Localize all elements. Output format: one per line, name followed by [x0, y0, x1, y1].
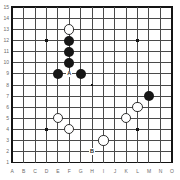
intersection-F2[interactable] [64, 146, 75, 157]
intersection-F7[interactable] [64, 91, 75, 102]
intersection-K14[interactable] [121, 13, 132, 24]
intersection-G12[interactable] [75, 35, 86, 46]
white-stone-L6: ○ [132, 102, 142, 112]
intersection-H12[interactable] [86, 35, 97, 46]
row-label-4: 4 [0, 127, 9, 132]
intersection-G1[interactable] [75, 157, 86, 168]
intersection-J15[interactable] [109, 2, 120, 13]
col-label-H: H [86, 169, 97, 174]
intersection-D6[interactable] [41, 102, 52, 113]
intersection-E9[interactable]: ● [52, 68, 63, 79]
intersection-O9[interactable] [166, 68, 177, 79]
row-label-12: 12 [0, 38, 9, 43]
intersection-L1[interactable] [132, 157, 143, 168]
intersection-O1[interactable] [166, 157, 177, 168]
intersection-J2[interactable] [109, 146, 120, 157]
intersection-C15[interactable] [29, 2, 40, 13]
intersection-B6[interactable] [18, 102, 29, 113]
intersection-O7[interactable] [166, 91, 177, 102]
intersection-O5[interactable] [166, 113, 177, 124]
black-stone-G9: ● [76, 69, 86, 79]
intersection-I3[interactable]: ○ [98, 135, 109, 146]
intersection-K5[interactable]: ○ [121, 113, 132, 124]
col-label-F: F [64, 169, 75, 174]
col-label-C: C [29, 169, 40, 174]
intersection-H7[interactable] [86, 91, 97, 102]
row-label-5: 5 [0, 116, 9, 121]
intersection-B10[interactable] [18, 57, 29, 68]
col-label-J: J [109, 169, 120, 174]
intersection-K13[interactable] [121, 24, 132, 35]
intersection-D13[interactable] [41, 24, 52, 35]
intersection-K2[interactable] [121, 146, 132, 157]
intersection-C6[interactable] [29, 102, 40, 113]
intersection-M15[interactable] [143, 2, 154, 13]
intersection-N10[interactable] [155, 57, 166, 68]
intersection-L13[interactable] [132, 24, 143, 35]
intersection-J13[interactable] [109, 24, 120, 35]
intersection-C8[interactable] [29, 79, 40, 90]
intersection-H6[interactable] [86, 102, 97, 113]
intersection-F9[interactable]: A [64, 68, 75, 79]
intersection-H1[interactable] [86, 157, 97, 168]
intersection-I7[interactable] [98, 91, 109, 102]
intersection-M12[interactable] [143, 35, 154, 46]
intersection-D14[interactable] [41, 13, 52, 24]
intersection-C7[interactable] [29, 91, 40, 102]
intersection-K4[interactable] [121, 124, 132, 135]
intersection-M4[interactable] [143, 124, 154, 135]
intersection-N2[interactable] [155, 146, 166, 157]
intersection-N14[interactable] [155, 13, 166, 24]
intersection-I6[interactable] [98, 102, 109, 113]
intersection-K15[interactable] [121, 2, 132, 13]
intersection-G11[interactable] [75, 46, 86, 57]
intersection-L5[interactable] [132, 113, 143, 124]
row-label-6: 6 [0, 105, 9, 110]
intersection-E12[interactable] [52, 35, 63, 46]
intersection-H11[interactable] [86, 46, 97, 57]
intersection-E7[interactable] [52, 91, 63, 102]
intersection-M7[interactable]: ● [143, 91, 154, 102]
intersection-E2[interactable] [52, 146, 63, 157]
white-stone-I3: ○ [98, 135, 108, 145]
intersection-J7[interactable] [109, 91, 120, 102]
intersection-G4[interactable] [75, 124, 86, 135]
intersection-F6[interactable] [64, 102, 75, 113]
intersection-E3[interactable] [52, 135, 63, 146]
intersection-F8[interactable] [64, 79, 75, 90]
intersection-K7[interactable] [121, 91, 132, 102]
intersection-N13[interactable] [155, 24, 166, 35]
intersection-F1[interactable] [64, 157, 75, 168]
intersection-J14[interactable] [109, 13, 120, 24]
intersection-K8[interactable] [121, 79, 132, 90]
intersection-N12[interactable] [155, 35, 166, 46]
intersection-D9[interactable] [41, 68, 52, 79]
intersection-O4[interactable] [166, 124, 177, 135]
intersection-I13[interactable] [98, 24, 109, 35]
point-label-A: A [66, 71, 72, 77]
intersection-M5[interactable] [143, 113, 154, 124]
intersection-L15[interactable] [132, 2, 143, 13]
intersection-G9[interactable]: ● [75, 68, 86, 79]
intersection-F4[interactable]: ○ [64, 124, 75, 135]
intersection-B1[interactable] [18, 157, 29, 168]
intersection-F15[interactable] [64, 2, 75, 13]
intersection-O12[interactable] [166, 35, 177, 46]
intersection-E8[interactable] [52, 79, 63, 90]
row-label-15: 15 [0, 5, 9, 10]
intersection-L14[interactable] [132, 13, 143, 24]
row-label-10: 10 [0, 60, 9, 65]
intersection-M10[interactable] [143, 57, 154, 68]
intersection-H13[interactable] [86, 24, 97, 35]
col-label-B: B [18, 169, 29, 174]
intersection-C1[interactable] [29, 157, 40, 168]
white-stone-F4: ○ [64, 124, 74, 134]
intersection-G15[interactable] [75, 2, 86, 13]
intersection-I10[interactable] [98, 57, 109, 68]
col-label-L: L [132, 169, 143, 174]
intersection-E14[interactable] [52, 13, 63, 24]
go-board: ○●●●●A●●○○○○○B [7, 2, 178, 168]
intersection-J10[interactable] [109, 57, 120, 68]
intersection-J8[interactable] [109, 79, 120, 90]
point-label-B: B [89, 148, 95, 154]
intersection-O3[interactable] [166, 135, 177, 146]
intersection-C14[interactable] [29, 13, 40, 24]
intersection-H10[interactable] [86, 57, 97, 68]
intersection-G3[interactable] [75, 135, 86, 146]
col-label-I: I [98, 169, 109, 174]
intersection-C5[interactable] [29, 113, 40, 124]
star-point-D4 [45, 128, 48, 131]
intersection-M9[interactable] [143, 68, 154, 79]
col-label-K: K [121, 169, 132, 174]
intersection-I12[interactable] [98, 35, 109, 46]
black-stone-M7: ● [144, 91, 154, 101]
intersection-K9[interactable] [121, 68, 132, 79]
intersection-L12[interactable] [132, 35, 143, 46]
intersection-C2[interactable] [29, 146, 40, 157]
intersection-L3[interactable] [132, 135, 143, 146]
intersection-K3[interactable] [121, 135, 132, 146]
intersection-H4[interactable] [86, 124, 97, 135]
intersection-K11[interactable] [121, 46, 132, 57]
intersection-H15[interactable] [86, 2, 97, 13]
intersection-L6[interactable]: ○ [132, 102, 143, 113]
intersection-B15[interactable] [18, 2, 29, 13]
intersection-G8[interactable] [75, 79, 86, 90]
intersection-B13[interactable] [18, 24, 29, 35]
intersection-B7[interactable] [18, 91, 29, 102]
intersection-H3[interactable] [86, 135, 97, 146]
white-stone-E5: ○ [53, 113, 63, 123]
intersection-G7[interactable] [75, 91, 86, 102]
intersection-M13[interactable] [143, 24, 154, 35]
col-label-N: N [155, 169, 166, 174]
intersection-D15[interactable] [41, 2, 52, 13]
intersection-H14[interactable] [86, 13, 97, 24]
intersection-N11[interactable] [155, 46, 166, 57]
intersection-G13[interactable] [75, 24, 86, 35]
col-label-O: O [166, 169, 177, 174]
intersection-B5[interactable] [18, 113, 29, 124]
intersection-N5[interactable] [155, 113, 166, 124]
intersection-M2[interactable] [143, 146, 154, 157]
star-point-H8 [91, 84, 94, 87]
intersection-D10[interactable] [41, 57, 52, 68]
intersection-H9[interactable] [86, 68, 97, 79]
intersection-G14[interactable] [75, 13, 86, 24]
intersection-I14[interactable] [98, 13, 109, 24]
intersection-L4[interactable] [132, 124, 143, 135]
intersection-H8[interactable] [86, 79, 97, 90]
intersection-M11[interactable] [143, 46, 154, 57]
intersection-B9[interactable] [18, 68, 29, 79]
intersection-I8[interactable] [98, 79, 109, 90]
intersection-L8[interactable] [132, 79, 143, 90]
intersection-I15[interactable] [98, 2, 109, 13]
row-label-2: 2 [0, 149, 9, 154]
col-label-M: M [143, 169, 154, 174]
intersection-C10[interactable] [29, 57, 40, 68]
intersection-M3[interactable] [143, 135, 154, 146]
intersection-I5[interactable] [98, 113, 109, 124]
col-label-E: E [52, 169, 63, 174]
intersection-D7[interactable] [41, 91, 52, 102]
intersection-D1[interactable] [41, 157, 52, 168]
intersection-I1[interactable] [98, 157, 109, 168]
intersection-B2[interactable] [18, 146, 29, 157]
intersection-H5[interactable] [86, 113, 97, 124]
intersection-H2[interactable]: B [86, 146, 97, 157]
intersection-I11[interactable] [98, 46, 109, 57]
col-label-A: A [7, 169, 18, 174]
star-point-L12 [136, 39, 139, 42]
intersection-B8[interactable] [18, 79, 29, 90]
intersection-E4[interactable] [52, 124, 63, 135]
intersection-E5[interactable]: ○ [52, 113, 63, 124]
intersection-B4[interactable] [18, 124, 29, 135]
intersection-B14[interactable] [18, 13, 29, 24]
intersection-N1[interactable] [155, 157, 166, 168]
row-label-8: 8 [0, 83, 9, 88]
intersection-O8[interactable] [166, 79, 177, 90]
intersection-C12[interactable] [29, 35, 40, 46]
intersection-N7[interactable] [155, 91, 166, 102]
intersection-B3[interactable] [18, 135, 29, 146]
black-stone-E9: ● [53, 69, 63, 79]
intersection-J6[interactable] [109, 102, 120, 113]
intersection-K12[interactable] [121, 35, 132, 46]
intersection-N3[interactable] [155, 135, 166, 146]
row-label-13: 13 [0, 27, 9, 32]
intersection-M14[interactable] [143, 13, 154, 24]
intersection-E1[interactable] [52, 157, 63, 168]
intersection-G2[interactable] [75, 146, 86, 157]
intersection-E11[interactable] [52, 46, 63, 57]
row-label-7: 7 [0, 94, 9, 99]
black-stone-F10: ● [64, 58, 74, 68]
col-label-G: G [75, 169, 86, 174]
row-label-11: 11 [0, 49, 9, 54]
intersection-C4[interactable] [29, 124, 40, 135]
intersection-L10[interactable] [132, 57, 143, 68]
intersection-C11[interactable] [29, 46, 40, 57]
intersection-O14[interactable] [166, 13, 177, 24]
intersection-E13[interactable] [52, 24, 63, 35]
intersection-O6[interactable] [166, 102, 177, 113]
intersection-D12[interactable] [41, 35, 52, 46]
intersection-J5[interactable] [109, 113, 120, 124]
intersection-L11[interactable] [132, 46, 143, 57]
intersection-C9[interactable] [29, 68, 40, 79]
intersection-K1[interactable] [121, 157, 132, 168]
intersection-D2[interactable] [41, 146, 52, 157]
intersection-K10[interactable] [121, 57, 132, 68]
white-stone-K5: ○ [121, 113, 131, 123]
intersection-D3[interactable] [41, 135, 52, 146]
intersection-B12[interactable] [18, 35, 29, 46]
intersection-B11[interactable] [18, 46, 29, 57]
intersection-L9[interactable] [132, 68, 143, 79]
intersection-I2[interactable] [98, 146, 109, 157]
intersection-O2[interactable] [166, 146, 177, 157]
intersection-J12[interactable] [109, 35, 120, 46]
intersection-M1[interactable] [143, 157, 154, 168]
intersection-O15[interactable] [166, 2, 177, 13]
intersection-N8[interactable] [155, 79, 166, 90]
star-point-D12 [45, 39, 48, 42]
intersection-N15[interactable] [155, 2, 166, 13]
intersection-G5[interactable] [75, 113, 86, 124]
intersection-J1[interactable] [109, 157, 120, 168]
intersection-J9[interactable] [109, 68, 120, 79]
row-label-9: 9 [0, 71, 9, 76]
intersection-M6[interactable] [143, 102, 154, 113]
star-point-L4 [136, 128, 139, 131]
intersection-D11[interactable] [41, 46, 52, 57]
go-diagram: ○●●●●A●●○○○○○B 151413121110987654321ABCD… [0, 0, 180, 180]
intersection-N4[interactable] [155, 124, 166, 135]
col-label-D: D [41, 169, 52, 174]
intersection-G6[interactable] [75, 102, 86, 113]
row-label-14: 14 [0, 16, 9, 21]
intersection-C3[interactable] [29, 135, 40, 146]
intersection-O13[interactable] [166, 24, 177, 35]
intersection-N9[interactable] [155, 68, 166, 79]
intersection-L2[interactable] [132, 146, 143, 157]
row-label-1: 1 [0, 160, 9, 165]
intersection-F3[interactable] [64, 135, 75, 146]
intersection-C13[interactable] [29, 24, 40, 35]
intersection-I9[interactable] [98, 68, 109, 79]
intersection-D4[interactable] [41, 124, 52, 135]
intersection-F10[interactable]: ● [64, 57, 75, 68]
intersection-J11[interactable] [109, 46, 120, 57]
intersection-D8[interactable] [41, 79, 52, 90]
intersection-O11[interactable] [166, 46, 177, 57]
intersection-E15[interactable] [52, 2, 63, 13]
intersection-O10[interactable] [166, 57, 177, 68]
intersection-N6[interactable] [155, 102, 166, 113]
intersection-J3[interactable] [109, 135, 120, 146]
intersection-D5[interactable] [41, 113, 52, 124]
intersection-J4[interactable] [109, 124, 120, 135]
row-label-3: 3 [0, 138, 9, 143]
